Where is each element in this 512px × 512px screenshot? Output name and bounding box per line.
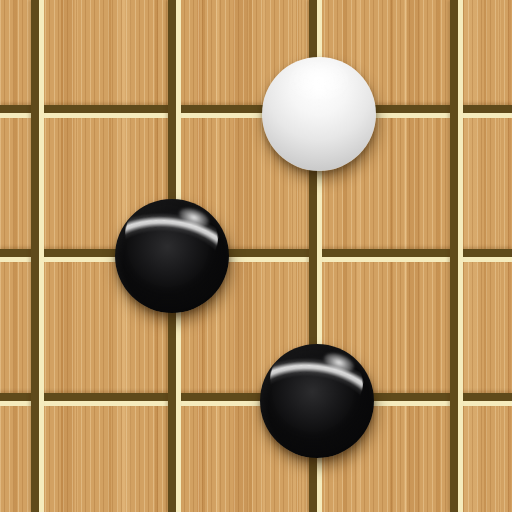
- stone-specular-highlight: [266, 342, 367, 421]
- stone-specular-highlight: [121, 197, 222, 276]
- white-stone[interactable]: [262, 57, 376, 171]
- go-board[interactable]: [0, 0, 512, 512]
- grid-line-horizontal: [0, 249, 512, 262]
- grid-line-vertical: [450, 0, 463, 512]
- grid-line-horizontal: [0, 105, 512, 118]
- grid-line-vertical: [31, 0, 44, 512]
- grid-line-horizontal: [0, 393, 512, 406]
- stone-soft-highlight: [287, 63, 351, 104]
- black-stone[interactable]: [115, 199, 229, 313]
- black-stone[interactable]: [260, 344, 374, 458]
